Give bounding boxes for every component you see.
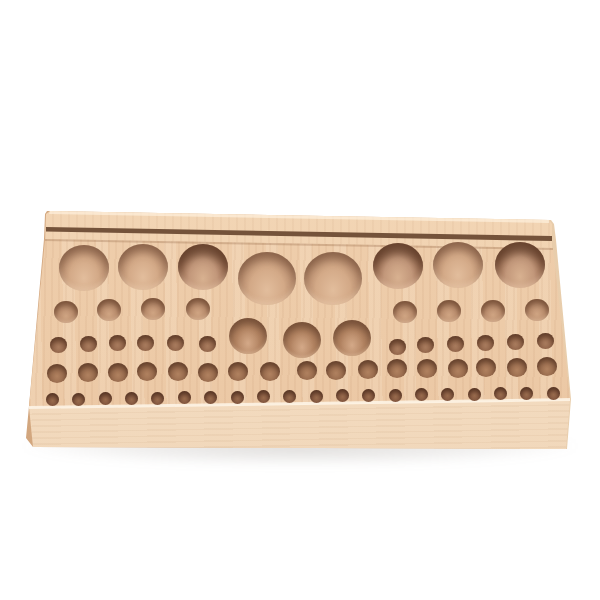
storage-hole [97,299,121,321]
storage-hole [99,392,112,405]
storage-hole [283,390,296,403]
storage-hole [415,388,428,401]
storage-hole [304,252,362,305]
storage-hole [125,392,138,405]
storage-hole [389,389,402,402]
storage-hole [310,390,323,403]
storage-hole [362,389,375,402]
storage-hole [326,361,346,380]
storage-hole [231,391,244,404]
storage-hole [229,318,267,354]
storage-hole [283,322,321,358]
storage-hole [333,320,371,356]
storage-hole [481,300,505,322]
storage-hole [495,242,545,288]
storage-hole [507,334,524,350]
storage-hole [547,387,560,400]
storage-hole [507,358,527,377]
storage-hole [118,244,168,290]
storage-hole [178,391,191,404]
storage-hole [358,360,378,379]
storage-hole [54,301,78,323]
storage-hole [437,300,461,322]
storage-hole [520,387,533,400]
storage-hole [178,244,228,290]
storage-hole [80,336,97,352]
storage-hole [433,242,483,288]
storage-hole [108,363,128,382]
storage-hole [441,388,454,401]
storage-hole [198,363,218,382]
storage-hole [228,362,248,381]
storage-hole [186,298,210,320]
storage-hole [476,358,496,377]
storage-hole [477,335,494,351]
storage-hole [72,393,85,406]
storage-hole [389,339,406,355]
storage-hole [204,391,217,404]
storage-hole [448,359,468,378]
storage-hole [417,359,437,378]
storage-hole [137,362,157,381]
storage-hole [447,336,464,352]
storage-hole [494,387,507,400]
holes-layer [0,0,600,600]
storage-hole [387,359,407,378]
storage-hole [151,392,164,405]
storage-hole [47,364,67,383]
storage-hole [260,362,280,381]
storage-hole [393,301,417,323]
storage-hole [373,243,423,289]
storage-hole [297,361,317,380]
storage-hole [167,335,184,351]
storage-hole [46,393,59,406]
storage-hole [525,299,549,321]
storage-hole [199,336,216,352]
storage-hole [50,337,67,353]
storage-hole [537,333,554,349]
storage-hole [59,245,109,291]
storage-hole [468,388,481,401]
storage-hole [238,252,296,305]
storage-hole [78,363,98,382]
storage-hole [257,390,270,403]
storage-hole [537,357,557,376]
product-photo-stage [0,0,600,600]
storage-hole [417,337,434,353]
storage-hole [168,362,188,381]
storage-hole [141,298,165,320]
storage-hole [109,335,126,351]
storage-hole [336,389,349,402]
storage-hole [137,335,154,351]
